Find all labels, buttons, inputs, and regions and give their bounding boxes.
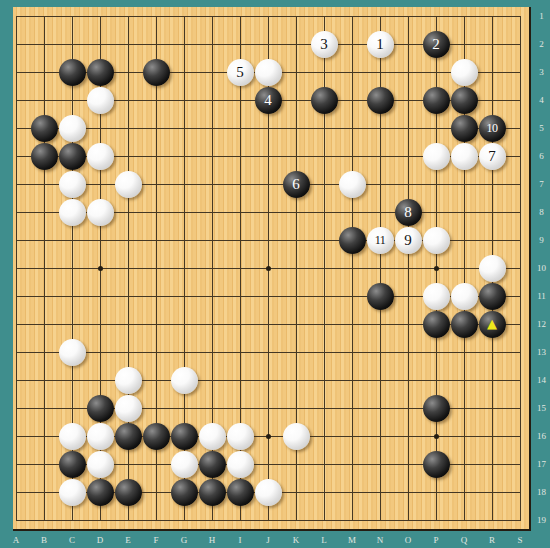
intersection-O11[interactable] xyxy=(394,282,422,310)
intersection-A18[interactable] xyxy=(2,478,30,506)
intersection-I13[interactable] xyxy=(226,338,254,366)
intersection-P19[interactable] xyxy=(422,506,450,534)
intersection-K18[interactable] xyxy=(282,478,310,506)
white-stone-O9[interactable]: 9 xyxy=(395,227,422,254)
black-stone-I18[interactable] xyxy=(227,479,254,506)
intersection-C7[interactable] xyxy=(58,170,86,198)
intersection-F4[interactable] xyxy=(142,86,170,114)
intersection-L8[interactable] xyxy=(310,198,338,226)
intersection-E5[interactable] xyxy=(114,114,142,142)
intersection-M18[interactable] xyxy=(338,478,366,506)
intersection-M13[interactable] xyxy=(338,338,366,366)
intersection-P8[interactable] xyxy=(422,198,450,226)
intersection-D5[interactable] xyxy=(86,114,114,142)
intersection-N8[interactable] xyxy=(366,198,394,226)
intersection-G17[interactable] xyxy=(170,450,198,478)
intersection-G9[interactable] xyxy=(170,226,198,254)
intersection-J10[interactable] xyxy=(254,254,282,282)
intersection-H6[interactable] xyxy=(198,142,226,170)
intersection-M9[interactable] xyxy=(338,226,366,254)
white-stone-G14[interactable] xyxy=(171,367,198,394)
intersection-G15[interactable] xyxy=(170,394,198,422)
intersection-B14[interactable] xyxy=(30,366,58,394)
intersection-C11[interactable] xyxy=(58,282,86,310)
intersection-Q2[interactable] xyxy=(450,30,478,58)
intersection-S2[interactable] xyxy=(506,30,534,58)
intersection-E8[interactable] xyxy=(114,198,142,226)
intersection-A10[interactable] xyxy=(2,254,30,282)
white-stone-I16[interactable] xyxy=(227,423,254,450)
intersection-S18[interactable] xyxy=(506,478,534,506)
intersection-B7[interactable] xyxy=(30,170,58,198)
intersection-R8[interactable] xyxy=(478,198,506,226)
intersection-R19[interactable] xyxy=(478,506,506,534)
intersection-G2[interactable] xyxy=(170,30,198,58)
intersection-S6[interactable] xyxy=(506,142,534,170)
intersection-A11[interactable] xyxy=(2,282,30,310)
intersection-P2[interactable]: 2 xyxy=(422,30,450,58)
intersection-G13[interactable] xyxy=(170,338,198,366)
intersection-Q5[interactable] xyxy=(450,114,478,142)
intersection-R7[interactable] xyxy=(478,170,506,198)
intersection-E2[interactable] xyxy=(114,30,142,58)
black-stone-P17[interactable] xyxy=(423,451,450,478)
intersection-G6[interactable] xyxy=(170,142,198,170)
intersection-J4[interactable]: 4 xyxy=(254,86,282,114)
black-stone-R12[interactable]: ▲ xyxy=(479,311,506,338)
intersection-M3[interactable] xyxy=(338,58,366,86)
intersection-A3[interactable] xyxy=(2,58,30,86)
intersection-P10[interactable] xyxy=(422,254,450,282)
intersection-C17[interactable] xyxy=(58,450,86,478)
intersection-B8[interactable] xyxy=(30,198,58,226)
intersection-P4[interactable] xyxy=(422,86,450,114)
white-stone-J18[interactable] xyxy=(255,479,282,506)
intersection-O10[interactable] xyxy=(394,254,422,282)
white-stone-N2[interactable]: 1 xyxy=(367,31,394,58)
intersection-E1[interactable] xyxy=(114,2,142,30)
intersection-R17[interactable] xyxy=(478,450,506,478)
intersection-N10[interactable] xyxy=(366,254,394,282)
intersection-F18[interactable] xyxy=(142,478,170,506)
intersection-I16[interactable] xyxy=(226,422,254,450)
intersection-E18[interactable] xyxy=(114,478,142,506)
intersection-O9[interactable]: 9 xyxy=(394,226,422,254)
intersection-O18[interactable] xyxy=(394,478,422,506)
intersection-R12[interactable]: ▲ xyxy=(478,310,506,338)
intersection-O1[interactable] xyxy=(394,2,422,30)
intersection-H15[interactable] xyxy=(198,394,226,422)
intersection-R4[interactable] xyxy=(478,86,506,114)
black-stone-D18[interactable] xyxy=(87,479,114,506)
intersection-J16[interactable] xyxy=(254,422,282,450)
intersection-B13[interactable] xyxy=(30,338,58,366)
intersection-P17[interactable] xyxy=(422,450,450,478)
intersection-E15[interactable] xyxy=(114,394,142,422)
intersection-G14[interactable] xyxy=(170,366,198,394)
intersection-B1[interactable] xyxy=(30,2,58,30)
intersection-O8[interactable]: 8 xyxy=(394,198,422,226)
intersection-E6[interactable] xyxy=(114,142,142,170)
intersection-F5[interactable] xyxy=(142,114,170,142)
black-stone-D15[interactable] xyxy=(87,395,114,422)
intersection-J14[interactable] xyxy=(254,366,282,394)
intersection-I5[interactable] xyxy=(226,114,254,142)
black-stone-R5[interactable]: 10 xyxy=(479,115,506,142)
intersection-O12[interactable] xyxy=(394,310,422,338)
intersection-M14[interactable] xyxy=(338,366,366,394)
intersection-G5[interactable] xyxy=(170,114,198,142)
white-stone-E7[interactable] xyxy=(115,171,142,198)
white-stone-Q6[interactable] xyxy=(451,143,478,170)
black-stone-P12[interactable] xyxy=(423,311,450,338)
intersection-K3[interactable] xyxy=(282,58,310,86)
intersection-K5[interactable] xyxy=(282,114,310,142)
intersection-C8[interactable] xyxy=(58,198,86,226)
white-stone-C16[interactable] xyxy=(59,423,86,450)
intersection-D16[interactable] xyxy=(86,422,114,450)
white-stone-C18[interactable] xyxy=(59,479,86,506)
intersection-S4[interactable] xyxy=(506,86,534,114)
white-stone-C13[interactable] xyxy=(59,339,86,366)
intersection-M6[interactable] xyxy=(338,142,366,170)
intersection-L17[interactable] xyxy=(310,450,338,478)
intersection-C4[interactable] xyxy=(58,86,86,114)
intersection-S12[interactable] xyxy=(506,310,534,338)
intersection-C1[interactable] xyxy=(58,2,86,30)
intersection-S16[interactable] xyxy=(506,422,534,450)
intersection-J8[interactable] xyxy=(254,198,282,226)
intersection-D10[interactable] xyxy=(86,254,114,282)
intersection-I15[interactable] xyxy=(226,394,254,422)
intersection-F14[interactable] xyxy=(142,366,170,394)
intersection-L14[interactable] xyxy=(310,366,338,394)
intersection-B6[interactable] xyxy=(30,142,58,170)
white-stone-I17[interactable] xyxy=(227,451,254,478)
intersection-N18[interactable] xyxy=(366,478,394,506)
intersection-Q14[interactable] xyxy=(450,366,478,394)
intersection-M11[interactable] xyxy=(338,282,366,310)
intersection-N6[interactable] xyxy=(366,142,394,170)
white-stone-R6[interactable]: 7 xyxy=(479,143,506,170)
intersection-N5[interactable] xyxy=(366,114,394,142)
intersection-N19[interactable] xyxy=(366,506,394,534)
white-stone-I3[interactable]: 5 xyxy=(227,59,254,86)
intersection-H12[interactable] xyxy=(198,310,226,338)
intersection-D14[interactable] xyxy=(86,366,114,394)
intersection-L2[interactable]: 3 xyxy=(310,30,338,58)
intersection-H5[interactable] xyxy=(198,114,226,142)
intersection-R9[interactable] xyxy=(478,226,506,254)
intersection-H2[interactable] xyxy=(198,30,226,58)
intersection-P11[interactable] xyxy=(422,282,450,310)
white-stone-Q11[interactable] xyxy=(451,283,478,310)
intersection-J6[interactable] xyxy=(254,142,282,170)
intersection-P9[interactable] xyxy=(422,226,450,254)
white-stone-E15[interactable] xyxy=(115,395,142,422)
intersection-F13[interactable] xyxy=(142,338,170,366)
intersection-R5[interactable]: 10 xyxy=(478,114,506,142)
intersection-Q11[interactable] xyxy=(450,282,478,310)
intersection-E9[interactable] xyxy=(114,226,142,254)
intersection-O15[interactable] xyxy=(394,394,422,422)
black-stone-C6[interactable] xyxy=(59,143,86,170)
intersection-K19[interactable] xyxy=(282,506,310,534)
intersection-M8[interactable] xyxy=(338,198,366,226)
intersection-F1[interactable] xyxy=(142,2,170,30)
intersection-I7[interactable] xyxy=(226,170,254,198)
intersection-C12[interactable] xyxy=(58,310,86,338)
intersection-F17[interactable] xyxy=(142,450,170,478)
white-stone-D8[interactable] xyxy=(87,199,114,226)
intersection-A2[interactable] xyxy=(2,30,30,58)
black-stone-B6[interactable] xyxy=(31,143,58,170)
intersection-N2[interactable]: 1 xyxy=(366,30,394,58)
intersection-N15[interactable] xyxy=(366,394,394,422)
intersection-P15[interactable] xyxy=(422,394,450,422)
intersection-I10[interactable] xyxy=(226,254,254,282)
intersection-S14[interactable] xyxy=(506,366,534,394)
intersection-P1[interactable] xyxy=(422,2,450,30)
intersection-P7[interactable] xyxy=(422,170,450,198)
intersection-A19[interactable] xyxy=(2,506,30,534)
intersection-B5[interactable] xyxy=(30,114,58,142)
black-stone-F16[interactable] xyxy=(143,423,170,450)
black-stone-R11[interactable] xyxy=(479,283,506,310)
white-stone-C5[interactable] xyxy=(59,115,86,142)
intersection-L5[interactable] xyxy=(310,114,338,142)
intersection-Q18[interactable] xyxy=(450,478,478,506)
intersection-A17[interactable] xyxy=(2,450,30,478)
intersection-E13[interactable] xyxy=(114,338,142,366)
intersection-K4[interactable] xyxy=(282,86,310,114)
intersection-C2[interactable] xyxy=(58,30,86,58)
intersection-Q8[interactable] xyxy=(450,198,478,226)
intersection-I4[interactable] xyxy=(226,86,254,114)
intersection-A13[interactable] xyxy=(2,338,30,366)
white-stone-P11[interactable] xyxy=(423,283,450,310)
intersection-H1[interactable] xyxy=(198,2,226,30)
intersection-J11[interactable] xyxy=(254,282,282,310)
intersection-G1[interactable] xyxy=(170,2,198,30)
intersection-F10[interactable] xyxy=(142,254,170,282)
intersection-Q15[interactable] xyxy=(450,394,478,422)
black-stone-J4[interactable]: 4 xyxy=(255,87,282,114)
intersection-E19[interactable] xyxy=(114,506,142,534)
black-stone-P15[interactable] xyxy=(423,395,450,422)
intersection-F9[interactable] xyxy=(142,226,170,254)
intersection-H14[interactable] xyxy=(198,366,226,394)
intersection-D19[interactable] xyxy=(86,506,114,534)
intersection-M19[interactable] xyxy=(338,506,366,534)
intersection-D11[interactable] xyxy=(86,282,114,310)
white-stone-L2[interactable]: 3 xyxy=(311,31,338,58)
intersection-S13[interactable] xyxy=(506,338,534,366)
black-stone-Q4[interactable] xyxy=(451,87,478,114)
intersection-N14[interactable] xyxy=(366,366,394,394)
intersection-O13[interactable] xyxy=(394,338,422,366)
black-stone-K7[interactable]: 6 xyxy=(283,171,310,198)
intersection-I14[interactable] xyxy=(226,366,254,394)
intersection-K15[interactable] xyxy=(282,394,310,422)
intersection-E7[interactable] xyxy=(114,170,142,198)
intersection-E12[interactable] xyxy=(114,310,142,338)
intersection-D12[interactable] xyxy=(86,310,114,338)
intersection-C15[interactable] xyxy=(58,394,86,422)
intersection-I11[interactable] xyxy=(226,282,254,310)
intersection-C16[interactable] xyxy=(58,422,86,450)
intersection-B12[interactable] xyxy=(30,310,58,338)
white-stone-D6[interactable] xyxy=(87,143,114,170)
intersection-D4[interactable] xyxy=(86,86,114,114)
intersection-P14[interactable] xyxy=(422,366,450,394)
black-stone-G16[interactable] xyxy=(171,423,198,450)
intersection-O17[interactable] xyxy=(394,450,422,478)
intersection-C13[interactable] xyxy=(58,338,86,366)
intersection-A9[interactable] xyxy=(2,226,30,254)
intersection-B11[interactable] xyxy=(30,282,58,310)
black-stone-L4[interactable] xyxy=(311,87,338,114)
intersection-P6[interactable] xyxy=(422,142,450,170)
white-stone-J3[interactable] xyxy=(255,59,282,86)
intersection-O4[interactable] xyxy=(394,86,422,114)
intersection-D18[interactable] xyxy=(86,478,114,506)
intersection-S5[interactable] xyxy=(506,114,534,142)
intersection-F7[interactable] xyxy=(142,170,170,198)
intersection-L6[interactable] xyxy=(310,142,338,170)
intersection-D7[interactable] xyxy=(86,170,114,198)
intersection-K13[interactable] xyxy=(282,338,310,366)
white-stone-M7[interactable] xyxy=(339,171,366,198)
intersection-R13[interactable] xyxy=(478,338,506,366)
intersection-C14[interactable] xyxy=(58,366,86,394)
intersection-F8[interactable] xyxy=(142,198,170,226)
intersection-B3[interactable] xyxy=(30,58,58,86)
intersection-L13[interactable] xyxy=(310,338,338,366)
intersection-B4[interactable] xyxy=(30,86,58,114)
intersection-J12[interactable] xyxy=(254,310,282,338)
intersection-G10[interactable] xyxy=(170,254,198,282)
intersection-G18[interactable] xyxy=(170,478,198,506)
intersection-I9[interactable] xyxy=(226,226,254,254)
intersection-C18[interactable] xyxy=(58,478,86,506)
intersection-L11[interactable] xyxy=(310,282,338,310)
intersection-P12[interactable] xyxy=(422,310,450,338)
intersection-E3[interactable] xyxy=(114,58,142,86)
intersection-O16[interactable] xyxy=(394,422,422,450)
intersection-D13[interactable] xyxy=(86,338,114,366)
intersection-I1[interactable] xyxy=(226,2,254,30)
intersection-H13[interactable] xyxy=(198,338,226,366)
intersection-A1[interactable] xyxy=(2,2,30,30)
intersection-J7[interactable] xyxy=(254,170,282,198)
intersection-N3[interactable] xyxy=(366,58,394,86)
intersection-O6[interactable] xyxy=(394,142,422,170)
intersection-B9[interactable] xyxy=(30,226,58,254)
intersection-L19[interactable] xyxy=(310,506,338,534)
black-stone-P2[interactable]: 2 xyxy=(423,31,450,58)
intersection-R10[interactable] xyxy=(478,254,506,282)
white-stone-P9[interactable] xyxy=(423,227,450,254)
intersection-A5[interactable] xyxy=(2,114,30,142)
intersection-E14[interactable] xyxy=(114,366,142,394)
intersection-J17[interactable] xyxy=(254,450,282,478)
intersection-E4[interactable] xyxy=(114,86,142,114)
white-stone-C8[interactable] xyxy=(59,199,86,226)
intersection-Q4[interactable] xyxy=(450,86,478,114)
white-stone-D4[interactable] xyxy=(87,87,114,114)
intersection-S19[interactable] xyxy=(506,506,534,534)
intersection-A15[interactable] xyxy=(2,394,30,422)
intersection-H16[interactable] xyxy=(198,422,226,450)
intersection-R2[interactable] xyxy=(478,30,506,58)
intersection-C3[interactable] xyxy=(58,58,86,86)
intersection-R18[interactable] xyxy=(478,478,506,506)
intersection-O5[interactable] xyxy=(394,114,422,142)
intersection-M5[interactable] xyxy=(338,114,366,142)
intersection-B19[interactable] xyxy=(30,506,58,534)
intersection-H10[interactable] xyxy=(198,254,226,282)
intersection-S1[interactable] xyxy=(506,2,534,30)
intersection-G8[interactable] xyxy=(170,198,198,226)
intersection-O19[interactable] xyxy=(394,506,422,534)
intersection-N12[interactable] xyxy=(366,310,394,338)
intersection-M16[interactable] xyxy=(338,422,366,450)
intersection-M1[interactable] xyxy=(338,2,366,30)
intersection-E16[interactable] xyxy=(114,422,142,450)
white-stone-D17[interactable] xyxy=(87,451,114,478)
intersection-B17[interactable] xyxy=(30,450,58,478)
black-stone-C17[interactable] xyxy=(59,451,86,478)
intersection-A4[interactable] xyxy=(2,86,30,114)
white-stone-D16[interactable] xyxy=(87,423,114,450)
intersection-G11[interactable] xyxy=(170,282,198,310)
intersection-C10[interactable] xyxy=(58,254,86,282)
intersection-A7[interactable] xyxy=(2,170,30,198)
black-stone-E18[interactable] xyxy=(115,479,142,506)
intersection-P13[interactable] xyxy=(422,338,450,366)
white-stone-H16[interactable] xyxy=(199,423,226,450)
intersection-D9[interactable] xyxy=(86,226,114,254)
intersection-N11[interactable] xyxy=(366,282,394,310)
intersection-C19[interactable] xyxy=(58,506,86,534)
intersection-J5[interactable] xyxy=(254,114,282,142)
black-stone-N4[interactable] xyxy=(367,87,394,114)
intersection-R15[interactable] xyxy=(478,394,506,422)
intersection-G7[interactable] xyxy=(170,170,198,198)
intersection-Q6[interactable] xyxy=(450,142,478,170)
intersection-M17[interactable] xyxy=(338,450,366,478)
intersection-I8[interactable] xyxy=(226,198,254,226)
intersection-H18[interactable] xyxy=(198,478,226,506)
white-stone-N9[interactable]: 11 xyxy=(367,227,394,254)
intersection-L16[interactable] xyxy=(310,422,338,450)
black-stone-C3[interactable] xyxy=(59,59,86,86)
intersection-A12[interactable] xyxy=(2,310,30,338)
intersection-Q7[interactable] xyxy=(450,170,478,198)
intersection-O2[interactable] xyxy=(394,30,422,58)
intersection-I19[interactable] xyxy=(226,506,254,534)
intersection-L10[interactable] xyxy=(310,254,338,282)
intersection-B10[interactable] xyxy=(30,254,58,282)
intersection-M12[interactable] xyxy=(338,310,366,338)
intersection-Q13[interactable] xyxy=(450,338,478,366)
black-stone-G18[interactable] xyxy=(171,479,198,506)
intersection-L3[interactable] xyxy=(310,58,338,86)
intersection-I18[interactable] xyxy=(226,478,254,506)
intersection-S17[interactable] xyxy=(506,450,534,478)
intersection-D15[interactable] xyxy=(86,394,114,422)
